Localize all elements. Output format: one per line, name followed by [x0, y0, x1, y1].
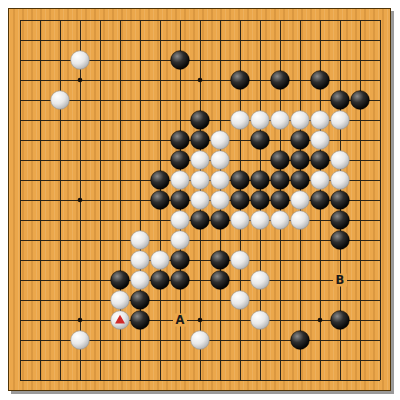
stone-white: [331, 111, 350, 130]
go-game-screenshot: AB: [0, 0, 400, 400]
stone-white: [251, 271, 270, 290]
stone-black: [171, 151, 190, 170]
stone-black: [251, 191, 270, 210]
stone-black: [171, 251, 190, 270]
star-point: [318, 318, 323, 323]
stone-white: [131, 251, 150, 270]
stone-white: [211, 191, 230, 210]
stone-black: [171, 51, 190, 70]
star-point: [78, 198, 83, 203]
stone-white: [131, 231, 150, 250]
stone-black: [131, 311, 150, 330]
stone-black: [231, 191, 250, 210]
star-point: [78, 78, 83, 83]
stone-black: [151, 171, 170, 190]
stone-white: [171, 211, 190, 230]
stone-white: [331, 171, 350, 190]
stone-black: [171, 271, 190, 290]
stone-white: [231, 211, 250, 230]
stone-black: [211, 211, 230, 230]
stone-white: [171, 171, 190, 190]
stone-white: [71, 51, 90, 70]
stone-black: [271, 151, 290, 170]
stone-white: [151, 251, 170, 270]
stone-black: [191, 131, 210, 150]
stone-black: [211, 271, 230, 290]
stone-black: [291, 171, 310, 190]
stone-white: [311, 111, 330, 130]
stone-white: [71, 331, 90, 350]
stone-white: [211, 151, 230, 170]
stone-white: [251, 311, 270, 330]
stone-black: [131, 291, 150, 310]
stone-black: [271, 71, 290, 90]
stone-black: [251, 171, 270, 190]
go-board-overlay[interactable]: AB: [0, 0, 400, 400]
stone-black: [191, 111, 210, 130]
stone-white: [191, 331, 210, 350]
stone-black: [311, 151, 330, 170]
stone-white: [291, 191, 310, 210]
stone-white: [311, 131, 330, 150]
stone-white: [231, 111, 250, 130]
stone-black: [311, 191, 330, 210]
stone-black: [331, 311, 350, 330]
stone-black: [311, 71, 330, 90]
stone-white: [111, 291, 130, 310]
stone-black: [231, 171, 250, 190]
stone-white: [231, 251, 250, 270]
stone-black: [171, 191, 190, 210]
stone-white: [331, 151, 350, 170]
stone-white: [231, 291, 250, 310]
stone-white: [251, 211, 270, 230]
stone-black: [151, 271, 170, 290]
stone-black: [351, 91, 370, 110]
stone-black: [151, 191, 170, 210]
stone-white: [51, 91, 70, 110]
stone-black: [331, 231, 350, 250]
stone-black: [271, 191, 290, 210]
stone-black: [171, 131, 190, 150]
stone-black: [291, 131, 310, 150]
point-label-B: B: [336, 273, 345, 287]
stone-white: [311, 171, 330, 190]
stone-white: [191, 171, 210, 190]
star-point: [198, 318, 203, 323]
stone-white: [191, 191, 210, 210]
stone-white: [211, 131, 230, 150]
stone-white: [291, 111, 310, 130]
stone-black: [191, 211, 210, 230]
stone-black: [291, 151, 310, 170]
stone-white: [171, 231, 190, 250]
stone-black: [331, 191, 350, 210]
stone-black: [271, 171, 290, 190]
star-point: [198, 78, 203, 83]
stone-black: [331, 211, 350, 230]
stone-white: [191, 151, 210, 170]
stone-white: [131, 271, 150, 290]
stone-black: [291, 331, 310, 350]
stone-white: [291, 211, 310, 230]
point-label-A: A: [176, 313, 185, 327]
stone-white: [271, 211, 290, 230]
stone-black: [251, 131, 270, 150]
stone-black: [211, 251, 230, 270]
stone-white: [251, 111, 270, 130]
stone-white: [271, 111, 290, 130]
stone-black: [111, 271, 130, 290]
stone-black: [331, 91, 350, 110]
stone-black: [231, 71, 250, 90]
stone-white: [211, 171, 230, 190]
star-point: [78, 318, 83, 323]
